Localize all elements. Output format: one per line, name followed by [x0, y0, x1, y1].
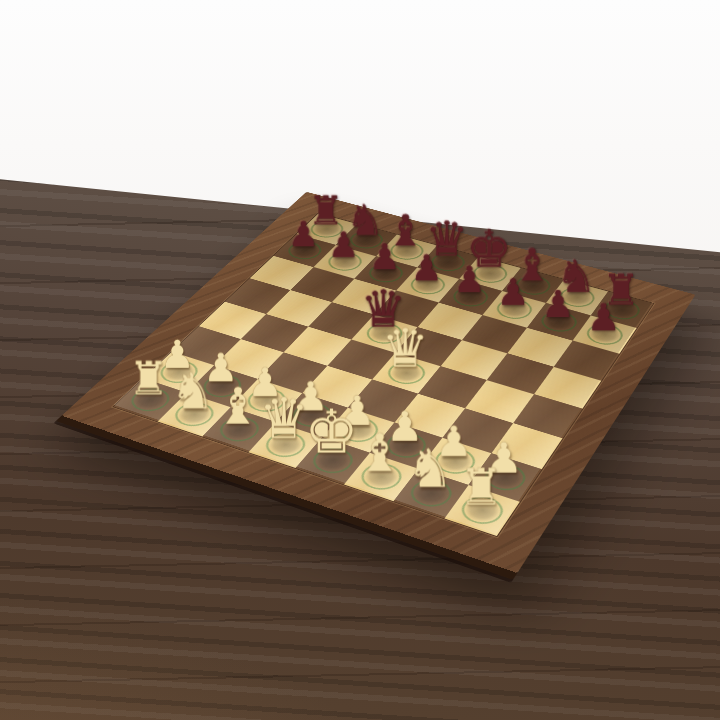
black-pawn-h7[interactable]: ♟	[579, 298, 628, 335]
white-rook-h1[interactable]: ♜	[453, 462, 510, 512]
black-pawn-a7[interactable]: ♟	[281, 217, 327, 252]
black-pawn-f7[interactable]: ♟	[489, 274, 537, 311]
white-knight-g1[interactable]: ♞	[402, 442, 458, 495]
white-queen-e4[interactable]: ♛	[380, 322, 431, 375]
white-queen-d1[interactable]: ♛	[257, 390, 311, 446]
black-pawn-b7[interactable]: ♟	[321, 228, 367, 263]
black-pawn-e7[interactable]: ♟	[446, 262, 494, 298]
black-pawn-g7[interactable]: ♟	[534, 286, 583, 323]
black-pawn-c7[interactable]: ♟	[361, 239, 408, 274]
square-h1[interactable]: ♜	[444, 485, 519, 536]
black-pawn-d7[interactable]: ♟	[403, 250, 450, 286]
square-f5[interactable]	[441, 340, 508, 380]
white-bishop-f1[interactable]: ♝	[352, 426, 407, 478]
photo-scene: ♜♞♝♛♚♝♞♜♟♟♟♟♟♟♟♟♛♛♟♟♟♟♟♟♟♟♜♞♝♛♚♝♞♜	[0, 0, 720, 720]
white-king-e1[interactable]: ♚	[304, 402, 359, 462]
